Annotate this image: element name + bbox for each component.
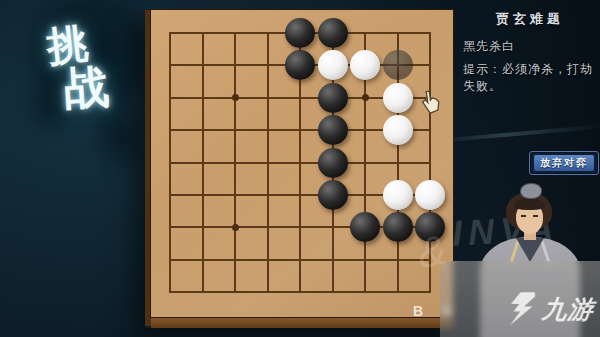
white-stone: [318, 50, 348, 80]
resign-button-label: 放弃对弈: [540, 156, 588, 170]
black-stone: [285, 18, 315, 48]
white-stone: [383, 83, 413, 113]
grid-line: [169, 259, 431, 261]
site-watermark-text: 九游: [540, 293, 595, 326]
black-stone: [318, 115, 348, 145]
black-stone: [383, 212, 413, 242]
go-board[interactable]: [145, 8, 455, 328]
white-stone: [350, 50, 380, 80]
black-stone: [350, 212, 380, 242]
black-stone: [318, 18, 348, 48]
puzzle-title: 贾玄难题: [460, 10, 600, 28]
banner-char-zhan: 战: [62, 57, 111, 120]
challenge-banner: 挑 战: [0, 0, 150, 200]
black-stone: [285, 50, 315, 80]
puzzle-hint: 提示：必须净杀，打劫失败。: [463, 61, 600, 95]
puzzle-task: 黑先杀白: [463, 38, 515, 55]
portrait-hair-bun: [520, 183, 542, 199]
black-stone: [318, 83, 348, 113]
resign-button-face[interactable]: 放弃对弈: [534, 155, 594, 171]
board-surface[interactable]: [151, 10, 453, 317]
star-point: [362, 94, 369, 101]
resign-button[interactable]: 放弃对弈: [529, 151, 599, 175]
site-watermark: 九游: [506, 292, 596, 326]
white-stone: [383, 180, 413, 210]
ghost-stone-preview[interactable]: [383, 50, 413, 80]
black-stone: [318, 148, 348, 178]
go-grid[interactable]: [170, 33, 430, 292]
white-stone: [383, 115, 413, 145]
nine-games-logo-icon: [506, 292, 540, 326]
hand-cursor-icon: [419, 89, 443, 120]
portrait-eyes: [521, 215, 538, 217]
white-stone: [415, 180, 445, 210]
grid-line: [169, 291, 431, 293]
grid-line: [169, 162, 431, 164]
board-bottom-edge: [151, 317, 453, 328]
star-point: [232, 224, 239, 231]
black-stone: [318, 180, 348, 210]
star-point: [232, 94, 239, 101]
portrait-fringe: [514, 199, 545, 210]
